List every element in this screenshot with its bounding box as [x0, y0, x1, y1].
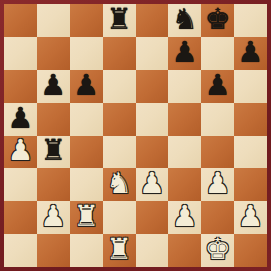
square-h6[interactable]	[234, 70, 267, 103]
square-g8[interactable]: ♚	[201, 4, 234, 37]
square-a1[interactable]	[4, 234, 37, 267]
square-b3[interactable]	[37, 168, 70, 201]
square-b2[interactable]: ♟	[37, 201, 70, 234]
square-c3[interactable]	[70, 168, 103, 201]
square-h5[interactable]	[234, 103, 267, 136]
white-pawn-piece: ♟	[172, 202, 198, 231]
square-e2[interactable]	[136, 201, 169, 234]
square-g7[interactable]	[201, 37, 234, 70]
square-e5[interactable]	[136, 103, 169, 136]
square-e7[interactable]	[136, 37, 169, 70]
white-pawn-piece: ♟	[7, 136, 33, 165]
white-rook-piece: ♜	[73, 202, 99, 231]
square-g3[interactable]: ♟	[201, 168, 234, 201]
square-b4[interactable]: ♜	[37, 136, 70, 169]
white-rook-piece: ♜	[106, 235, 132, 264]
square-d1[interactable]: ♜	[103, 234, 136, 267]
square-g4[interactable]	[201, 136, 234, 169]
square-a6[interactable]	[4, 70, 37, 103]
square-h2[interactable]: ♟	[234, 201, 267, 234]
square-d4[interactable]	[103, 136, 136, 169]
square-c6[interactable]: ♟	[70, 70, 103, 103]
chess-board: ♜♞♚♟♟♟♟♟♟♟♜♞♟♟♟♜♟♟♜♚	[4, 4, 267, 267]
square-f5[interactable]	[168, 103, 201, 136]
square-f8[interactable]: ♞	[168, 4, 201, 37]
square-c8[interactable]	[70, 4, 103, 37]
square-c4[interactable]	[70, 136, 103, 169]
square-d5[interactable]	[103, 103, 136, 136]
square-a4[interactable]: ♟	[4, 136, 37, 169]
black-pawn-piece: ♟	[172, 38, 198, 67]
square-e3[interactable]: ♟	[136, 168, 169, 201]
white-pawn-piece: ♟	[238, 202, 264, 231]
black-rook-piece: ♜	[40, 136, 66, 165]
black-pawn-piece: ♟	[40, 71, 66, 100]
square-b7[interactable]	[37, 37, 70, 70]
square-a8[interactable]	[4, 4, 37, 37]
square-c2[interactable]: ♜	[70, 201, 103, 234]
square-e8[interactable]	[136, 4, 169, 37]
square-d7[interactable]	[103, 37, 136, 70]
white-pawn-piece: ♟	[40, 202, 66, 231]
square-g6[interactable]: ♟	[201, 70, 234, 103]
black-pawn-piece: ♟	[73, 71, 99, 100]
square-d3[interactable]: ♞	[103, 168, 136, 201]
square-f1[interactable]	[168, 234, 201, 267]
square-b1[interactable]	[37, 234, 70, 267]
black-rook-piece: ♜	[106, 5, 132, 34]
square-e6[interactable]	[136, 70, 169, 103]
square-g1[interactable]: ♚	[201, 234, 234, 267]
chess-board-frame: ♜♞♚♟♟♟♟♟♟♟♜♞♟♟♟♜♟♟♜♚	[0, 0, 271, 271]
square-a7[interactable]	[4, 37, 37, 70]
square-f6[interactable]	[168, 70, 201, 103]
square-h8[interactable]	[234, 4, 267, 37]
square-d6[interactable]	[103, 70, 136, 103]
square-g2[interactable]	[201, 201, 234, 234]
white-pawn-piece: ♟	[205, 169, 231, 198]
square-h1[interactable]	[234, 234, 267, 267]
black-pawn-piece: ♟	[238, 38, 264, 67]
square-h7[interactable]: ♟	[234, 37, 267, 70]
square-f2[interactable]: ♟	[168, 201, 201, 234]
square-b6[interactable]: ♟	[37, 70, 70, 103]
square-a5[interactable]: ♟	[4, 103, 37, 136]
white-king-piece: ♚	[205, 235, 231, 264]
square-c5[interactable]	[70, 103, 103, 136]
square-f3[interactable]	[168, 168, 201, 201]
square-a3[interactable]	[4, 168, 37, 201]
black-pawn-piece: ♟	[7, 104, 33, 133]
square-f7[interactable]: ♟	[168, 37, 201, 70]
square-d8[interactable]: ♜	[103, 4, 136, 37]
square-c7[interactable]	[70, 37, 103, 70]
square-b5[interactable]	[37, 103, 70, 136]
black-king-piece: ♚	[205, 5, 231, 34]
white-pawn-piece: ♟	[139, 169, 165, 198]
square-g5[interactable]	[201, 103, 234, 136]
black-knight-piece: ♞	[172, 5, 198, 34]
square-f4[interactable]	[168, 136, 201, 169]
square-a2[interactable]	[4, 201, 37, 234]
square-c1[interactable]	[70, 234, 103, 267]
square-b8[interactable]	[37, 4, 70, 37]
square-h3[interactable]	[234, 168, 267, 201]
square-e4[interactable]	[136, 136, 169, 169]
white-knight-piece: ♞	[106, 169, 132, 198]
black-pawn-piece: ♟	[205, 71, 231, 100]
square-d2[interactable]	[103, 201, 136, 234]
square-h4[interactable]	[234, 136, 267, 169]
square-e1[interactable]	[136, 234, 169, 267]
